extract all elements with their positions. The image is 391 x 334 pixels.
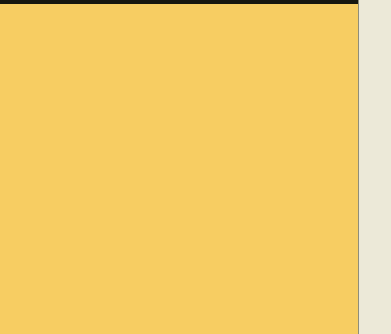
window-top-edge	[0, 0, 362, 4]
go-board[interactable]	[0, 0, 358, 334]
go-diagram-window	[0, 0, 391, 334]
board-grid	[0, 0, 358, 334]
row-coordinate-strip	[358, 0, 391, 334]
